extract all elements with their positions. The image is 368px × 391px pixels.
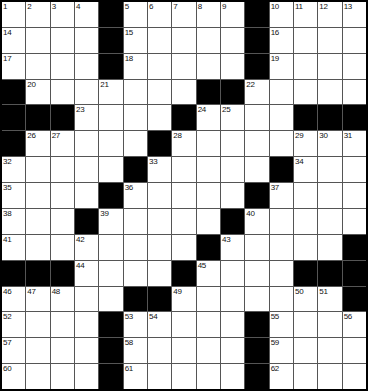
cell-r14c8[interactable] — [172, 338, 195, 363]
cell-r15c2[interactable] — [26, 364, 49, 389]
cell-r6c6[interactable] — [124, 131, 147, 156]
clue-number-48: 48 — [52, 287, 60, 296]
cell-r9c12[interactable] — [270, 209, 293, 234]
cell-r2c10[interactable] — [221, 28, 244, 53]
cell-r14c6[interactable]: 58 — [124, 338, 147, 363]
clue-number-47: 47 — [27, 287, 35, 296]
black-cell-r11c13 — [294, 261, 317, 286]
cell-r1c6[interactable]: 5 — [124, 2, 147, 27]
clue-number-16: 16 — [271, 28, 279, 37]
clue-number-27: 27 — [52, 131, 60, 140]
crossword-grid: 1234567891011121314151617181920212223242… — [0, 0, 368, 391]
cell-r5c4[interactable]: 23 — [75, 105, 98, 130]
cell-r8c14[interactable] — [318, 183, 341, 208]
cell-r9c13[interactable] — [294, 209, 317, 234]
cell-r4c8[interactable] — [172, 80, 195, 105]
clue-number-42: 42 — [76, 235, 84, 244]
cell-r3c7[interactable] — [148, 54, 171, 79]
cell-r11c12[interactable] — [270, 261, 293, 286]
cell-r12c5[interactable] — [99, 287, 122, 312]
cell-r1c13[interactable]: 11 — [294, 2, 317, 27]
cell-r9c7[interactable] — [148, 209, 171, 234]
cell-r10c11[interactable] — [245, 235, 268, 260]
clue-number-38: 38 — [3, 209, 11, 218]
clue-number-8: 8 — [198, 2, 202, 11]
cell-r2c8[interactable] — [172, 28, 195, 53]
cell-r9c3[interactable] — [51, 209, 74, 234]
black-cell-r6c1 — [2, 131, 25, 156]
black-cell-r7c12 — [270, 157, 293, 182]
clue-number-44: 44 — [76, 261, 84, 270]
cell-r3c10[interactable] — [221, 54, 244, 79]
clue-number-50: 50 — [295, 287, 303, 296]
cell-r6c3[interactable]: 27 — [51, 131, 74, 156]
clue-number-4: 4 — [76, 2, 80, 11]
clue-number-57: 57 — [3, 338, 11, 347]
black-cell-r5c2 — [26, 105, 49, 130]
cell-r10c10[interactable]: 43 — [221, 235, 244, 260]
cell-r6c14[interactable]: 30 — [318, 131, 341, 156]
cell-r1c2[interactable]: 2 — [26, 2, 49, 27]
black-cell-r11c14 — [318, 261, 341, 286]
cell-r2c14[interactable] — [318, 28, 341, 53]
clue-number-53: 53 — [125, 312, 133, 321]
clue-number-45: 45 — [198, 261, 206, 270]
cell-r13c15[interactable]: 56 — [343, 312, 366, 337]
cell-r4c13[interactable] — [294, 80, 317, 105]
black-cell-r3c5 — [99, 54, 122, 79]
cell-r3c13[interactable] — [294, 54, 317, 79]
cell-r4c5[interactable]: 21 — [99, 80, 122, 105]
cell-r13c14[interactable] — [318, 312, 341, 337]
cell-r7c8[interactable] — [172, 157, 195, 182]
black-cell-r13c5 — [99, 312, 122, 337]
cell-r9c8[interactable] — [172, 209, 195, 234]
cell-r1c10[interactable]: 9 — [221, 2, 244, 27]
black-cell-r11c8 — [172, 261, 195, 286]
cell-r13c1[interactable]: 52 — [2, 312, 25, 337]
cell-r1c14[interactable]: 12 — [318, 2, 341, 27]
cell-r2c3[interactable] — [51, 28, 74, 53]
clue-number-29: 29 — [295, 131, 303, 140]
cell-r8c2[interactable] — [26, 183, 49, 208]
cell-r4c12[interactable] — [270, 80, 293, 105]
clue-number-28: 28 — [173, 131, 181, 140]
cell-r4c14[interactable] — [318, 80, 341, 105]
cell-r15c3[interactable] — [51, 364, 74, 389]
cell-r6c5[interactable] — [99, 131, 122, 156]
clue-number-32: 32 — [3, 157, 11, 166]
clue-number-23: 23 — [76, 105, 84, 114]
clue-number-51: 51 — [319, 287, 327, 296]
cell-r10c13[interactable] — [294, 235, 317, 260]
cell-r11c7[interactable] — [148, 261, 171, 286]
clue-number-13: 13 — [344, 2, 352, 11]
black-cell-r11c3 — [51, 261, 74, 286]
cell-r9c2[interactable] — [26, 209, 49, 234]
clue-number-41: 41 — [3, 235, 11, 244]
black-cell-r13c11 — [245, 312, 268, 337]
cell-r15c6[interactable]: 61 — [124, 364, 147, 389]
cell-r14c4[interactable] — [75, 338, 98, 363]
cell-r1c4[interactable]: 4 — [75, 2, 98, 27]
cell-r12c3[interactable]: 48 — [51, 287, 74, 312]
cell-r13c4[interactable] — [75, 312, 98, 337]
clue-number-18: 18 — [125, 54, 133, 63]
cell-r7c3[interactable] — [51, 157, 74, 182]
cell-r8c4[interactable] — [75, 183, 98, 208]
black-cell-r15c5 — [99, 364, 122, 389]
clue-number-26: 26 — [27, 131, 35, 140]
cell-r14c3[interactable] — [51, 338, 74, 363]
black-cell-r4c10 — [221, 80, 244, 105]
clue-number-54: 54 — [149, 312, 157, 321]
cell-r8c10[interactable] — [221, 183, 244, 208]
cell-r15c1[interactable]: 60 — [2, 364, 25, 389]
cell-r15c10[interactable] — [221, 364, 244, 389]
clue-number-30: 30 — [319, 131, 327, 140]
black-cell-r6c7 — [148, 131, 171, 156]
cell-r4c4[interactable] — [75, 80, 98, 105]
cell-r15c9[interactable] — [197, 364, 220, 389]
clue-number-6: 6 — [149, 2, 153, 11]
cell-r4c3[interactable] — [51, 80, 74, 105]
cell-r10c4[interactable]: 42 — [75, 235, 98, 260]
cell-r12c1[interactable]: 46 — [2, 287, 25, 312]
cell-r15c4[interactable] — [75, 364, 98, 389]
cell-r12c12[interactable] — [270, 287, 293, 312]
cell-r14c13[interactable] — [294, 338, 317, 363]
clue-number-60: 60 — [3, 364, 11, 373]
cell-r7c4[interactable] — [75, 157, 98, 182]
clue-number-3: 3 — [52, 2, 56, 11]
cell-r15c15[interactable] — [343, 364, 366, 389]
cell-r2c2[interactable] — [26, 28, 49, 53]
cell-r12c9[interactable] — [197, 287, 220, 312]
clue-number-62: 62 — [271, 364, 279, 373]
cell-r6c8[interactable]: 28 — [172, 131, 195, 156]
cell-r8c15[interactable] — [343, 183, 366, 208]
clue-number-14: 14 — [3, 28, 11, 37]
cell-r7c1[interactable]: 32 — [2, 157, 25, 182]
clue-number-22: 22 — [246, 80, 254, 89]
cell-r3c9[interactable] — [197, 54, 220, 79]
cell-r12c11[interactable] — [245, 287, 268, 312]
cell-r3c12[interactable]: 19 — [270, 54, 293, 79]
cell-r1c12[interactable]: 10 — [270, 2, 293, 27]
cell-r2c9[interactable] — [197, 28, 220, 53]
cell-r9c11[interactable]: 40 — [245, 209, 268, 234]
cell-r5c6[interactable] — [124, 105, 147, 130]
cell-r12c14[interactable]: 51 — [318, 287, 341, 312]
cell-r3c14[interactable] — [318, 54, 341, 79]
cell-r15c8[interactable] — [172, 364, 195, 389]
cell-r1c7[interactable]: 6 — [148, 2, 171, 27]
cell-r7c15[interactable] — [343, 157, 366, 182]
clue-number-46: 46 — [3, 287, 11, 296]
cell-r7c13[interactable]: 34 — [294, 157, 317, 182]
cell-r13c2[interactable] — [26, 312, 49, 337]
cell-r5c5[interactable] — [99, 105, 122, 130]
cell-r8c13[interactable] — [294, 183, 317, 208]
cell-r7c2[interactable] — [26, 157, 49, 182]
black-cell-r5c8 — [172, 105, 195, 130]
cell-r3c4[interactable] — [75, 54, 98, 79]
cell-r6c10[interactable] — [221, 131, 244, 156]
cell-r4c7[interactable] — [148, 80, 171, 105]
cell-r2c7[interactable] — [148, 28, 171, 53]
clue-number-25: 25 — [222, 105, 230, 114]
cell-r3c1[interactable]: 17 — [2, 54, 25, 79]
cell-r13c6[interactable]: 53 — [124, 312, 147, 337]
black-cell-r15c11 — [245, 364, 268, 389]
clue-number-34: 34 — [295, 157, 303, 166]
cell-r13c13[interactable] — [294, 312, 317, 337]
black-cell-r11c15 — [343, 261, 366, 286]
cell-r9c9[interactable] — [197, 209, 220, 234]
black-cell-r9c4 — [75, 209, 98, 234]
cell-r2c15[interactable] — [343, 28, 366, 53]
cell-r15c13[interactable] — [294, 364, 317, 389]
cell-r7c10[interactable] — [221, 157, 244, 182]
cell-r10c3[interactable] — [51, 235, 74, 260]
cell-r13c10[interactable] — [221, 312, 244, 337]
clue-number-56: 56 — [344, 312, 352, 321]
cell-r7c5[interactable] — [99, 157, 122, 182]
cell-r9c14[interactable] — [318, 209, 341, 234]
clue-number-19: 19 — [271, 54, 279, 63]
cell-r5c11[interactable] — [245, 105, 268, 130]
cell-r14c15[interactable] — [343, 338, 366, 363]
cell-r6c9[interactable] — [197, 131, 220, 156]
clue-number-2: 2 — [27, 2, 31, 11]
cell-r11c6[interactable] — [124, 261, 147, 286]
cell-r5c10[interactable]: 25 — [221, 105, 244, 130]
clue-number-33: 33 — [149, 157, 157, 166]
cell-r8c12[interactable]: 37 — [270, 183, 293, 208]
black-cell-r4c1 — [2, 80, 25, 105]
cell-r5c7[interactable] — [148, 105, 171, 130]
cell-r15c12[interactable]: 62 — [270, 364, 293, 389]
black-cell-r1c11 — [245, 2, 268, 27]
black-cell-r11c2 — [26, 261, 49, 286]
cell-r3c15[interactable] — [343, 54, 366, 79]
cell-r10c8[interactable] — [172, 235, 195, 260]
cell-r11c9[interactable]: 45 — [197, 261, 220, 286]
cell-r9c1[interactable]: 38 — [2, 209, 25, 234]
black-cell-r10c9 — [197, 235, 220, 260]
clue-number-43: 43 — [222, 235, 230, 244]
black-cell-r9c10 — [221, 209, 244, 234]
clue-number-10: 10 — [271, 2, 279, 11]
cell-r12c4[interactable] — [75, 287, 98, 312]
cell-r7c14[interactable] — [318, 157, 341, 182]
clue-number-40: 40 — [246, 209, 254, 218]
cell-r12c8[interactable]: 49 — [172, 287, 195, 312]
cell-r13c8[interactable] — [172, 312, 195, 337]
black-cell-r11c1 — [2, 261, 25, 286]
clue-number-39: 39 — [100, 209, 108, 218]
clue-number-31: 31 — [344, 131, 352, 140]
clue-number-1: 1 — [3, 2, 7, 11]
cell-r4c6[interactable] — [124, 80, 147, 105]
cell-r3c6[interactable]: 18 — [124, 54, 147, 79]
clue-number-49: 49 — [173, 287, 181, 296]
clue-number-36: 36 — [125, 183, 133, 192]
cell-r9c15[interactable] — [343, 209, 366, 234]
black-cell-r5c3 — [51, 105, 74, 130]
cell-r15c14[interactable] — [318, 364, 341, 389]
cell-r8c7[interactable] — [148, 183, 171, 208]
clue-number-37: 37 — [271, 183, 279, 192]
clue-number-55: 55 — [271, 312, 279, 321]
cell-r7c9[interactable] — [197, 157, 220, 182]
cell-r9c5[interactable]: 39 — [99, 209, 122, 234]
clue-number-5: 5 — [125, 2, 129, 11]
clue-number-17: 17 — [3, 54, 11, 63]
cell-r6c11[interactable] — [245, 131, 268, 156]
cell-r10c1[interactable]: 41 — [2, 235, 25, 260]
cell-r3c8[interactable] — [172, 54, 195, 79]
cell-r7c7[interactable]: 33 — [148, 157, 171, 182]
clue-number-15: 15 — [125, 28, 133, 37]
cell-r3c2[interactable] — [26, 54, 49, 79]
black-cell-r14c11 — [245, 338, 268, 363]
cell-r6c15[interactable]: 31 — [343, 131, 366, 156]
cell-r6c12[interactable] — [270, 131, 293, 156]
black-cell-r10c15 — [343, 235, 366, 260]
black-cell-r5c14 — [318, 105, 341, 130]
clue-number-20: 20 — [27, 80, 35, 89]
cell-r14c14[interactable] — [318, 338, 341, 363]
cell-r11c10[interactable] — [221, 261, 244, 286]
black-cell-r8c11 — [245, 183, 268, 208]
cell-r14c2[interactable] — [26, 338, 49, 363]
cell-r14c10[interactable] — [221, 338, 244, 363]
cell-r6c4[interactable] — [75, 131, 98, 156]
cell-r6c13[interactable]: 29 — [294, 131, 317, 156]
cell-r11c4[interactable]: 44 — [75, 261, 98, 286]
cell-r4c2[interactable]: 20 — [26, 80, 49, 105]
cell-r10c12[interactable] — [270, 235, 293, 260]
black-cell-r5c13 — [294, 105, 317, 130]
cell-r13c9[interactable] — [197, 312, 220, 337]
cell-r8c8[interactable] — [172, 183, 195, 208]
clue-number-12: 12 — [319, 2, 327, 11]
clue-number-24: 24 — [198, 105, 206, 114]
cell-r10c6[interactable] — [124, 235, 147, 260]
cell-r10c14[interactable] — [318, 235, 341, 260]
cell-r2c1[interactable]: 14 — [2, 28, 25, 53]
cell-r4c11[interactable]: 22 — [245, 80, 268, 105]
cell-r8c1[interactable]: 35 — [2, 183, 25, 208]
clue-number-9: 9 — [222, 2, 226, 11]
cell-r10c2[interactable] — [26, 235, 49, 260]
black-cell-r14c5 — [99, 338, 122, 363]
black-cell-r4c9 — [197, 80, 220, 105]
cell-r2c6[interactable]: 15 — [124, 28, 147, 53]
black-cell-r2c11 — [245, 28, 268, 53]
cell-r8c6[interactable]: 36 — [124, 183, 147, 208]
cell-r2c12[interactable]: 16 — [270, 28, 293, 53]
cell-r11c11[interactable] — [245, 261, 268, 286]
cell-r10c5[interactable] — [99, 235, 122, 260]
cell-r1c3[interactable]: 3 — [51, 2, 74, 27]
cell-r15c7[interactable] — [148, 364, 171, 389]
cell-r2c13[interactable] — [294, 28, 317, 53]
cell-r8c9[interactable] — [197, 183, 220, 208]
clue-number-7: 7 — [173, 2, 177, 11]
cell-r6c2[interactable]: 26 — [26, 131, 49, 156]
cell-r8c3[interactable] — [51, 183, 74, 208]
cell-r12c10[interactable] — [221, 287, 244, 312]
clue-number-35: 35 — [3, 183, 11, 192]
cell-r13c7[interactable]: 54 — [148, 312, 171, 337]
cell-r1c8[interactable]: 7 — [172, 2, 195, 27]
clue-number-21: 21 — [100, 80, 108, 89]
cell-r12c2[interactable]: 47 — [26, 287, 49, 312]
black-cell-r8c5 — [99, 183, 122, 208]
cell-r12c13[interactable]: 50 — [294, 287, 317, 312]
cell-r5c9[interactable]: 24 — [197, 105, 220, 130]
clue-number-58: 58 — [125, 338, 133, 347]
cell-r3c3[interactable] — [51, 54, 74, 79]
cell-r14c7[interactable] — [148, 338, 171, 363]
black-cell-r12c15 — [343, 287, 366, 312]
black-cell-r1c5 — [99, 2, 122, 27]
cell-r7c11[interactable] — [245, 157, 268, 182]
black-cell-r5c15 — [343, 105, 366, 130]
cell-r11c5[interactable] — [99, 261, 122, 286]
cell-r14c9[interactable] — [197, 338, 220, 363]
black-cell-r3c11 — [245, 54, 268, 79]
black-cell-r2c5 — [99, 28, 122, 53]
cell-r1c1[interactable]: 1 — [2, 2, 25, 27]
black-cell-r12c6 — [124, 287, 147, 312]
clue-number-11: 11 — [295, 2, 303, 11]
clue-number-52: 52 — [3, 312, 11, 321]
cell-r10c7[interactable] — [148, 235, 171, 260]
cell-r1c15[interactable]: 13 — [343, 2, 366, 27]
cell-r4c15[interactable] — [343, 80, 366, 105]
cell-r9c6[interactable] — [124, 209, 147, 234]
cell-r13c3[interactable] — [51, 312, 74, 337]
black-cell-r7c6 — [124, 157, 147, 182]
cell-r5c12[interactable] — [270, 105, 293, 130]
clue-number-61: 61 — [125, 364, 133, 373]
cell-r13c12[interactable]: 55 — [270, 312, 293, 337]
black-cell-r12c7 — [148, 287, 171, 312]
cell-r2c4[interactable] — [75, 28, 98, 53]
black-cell-r5c1 — [2, 105, 25, 130]
cell-r14c12[interactable]: 59 — [270, 338, 293, 363]
cell-r14c1[interactable]: 57 — [2, 338, 25, 363]
cell-r1c9[interactable]: 8 — [197, 2, 220, 27]
clue-number-59: 59 — [271, 338, 279, 347]
